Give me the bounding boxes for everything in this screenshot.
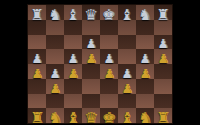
square-g6[interactable] — [136, 35, 154, 50]
silver-pawn-h6[interactable]: ♟ — [154, 38, 172, 50]
gold-pawn-a4[interactable]: ♟ — [28, 68, 46, 80]
square-a1[interactable]: ♜ — [28, 108, 46, 123]
square-g4[interactable]: ♟ — [136, 64, 154, 79]
piece-glyph: ♛ — [84, 112, 97, 124]
square-h3[interactable] — [154, 79, 172, 94]
piece-glyph: ♜ — [156, 9, 169, 21]
piece-glyph: ♟ — [31, 68, 42, 80]
gold-bishop-f1[interactable]: ♝ — [118, 112, 136, 124]
gold-pawn-e4[interactable]: ♟ — [100, 68, 118, 80]
silver-pawn-g5[interactable]: ♟ — [136, 53, 154, 65]
gold-pawn-g4[interactable]: ♟ — [136, 68, 154, 80]
square-d4[interactable] — [82, 64, 100, 79]
gold-pawn-c4[interactable]: ♟ — [64, 68, 82, 80]
game-scene: ♜♞♝♛♚♝♞♜♟♟♟♟♟♟♟♟♟♟♟♟♟♟♟♟♜♞♝♛♚♝♞♜ — [0, 0, 200, 125]
piece-glyph: ♟ — [67, 53, 78, 65]
piece-glyph: ♝ — [120, 9, 133, 21]
square-e4[interactable]: ♟ — [100, 64, 118, 79]
square-h2[interactable] — [154, 94, 172, 109]
square-h5[interactable]: ♟ — [154, 49, 172, 64]
square-a6[interactable] — [28, 35, 46, 50]
piece-glyph: ♞ — [138, 9, 151, 21]
square-c5[interactable]: ♟ — [64, 49, 82, 64]
square-e2[interactable] — [100, 94, 118, 109]
piece-glyph: ♝ — [66, 112, 79, 124]
square-a2[interactable] — [28, 94, 46, 109]
silver-pawn-d6[interactable]: ♟ — [82, 38, 100, 50]
square-h6[interactable]: ♟ — [154, 35, 172, 50]
square-d1[interactable]: ♛ — [82, 108, 100, 123]
square-b8[interactable]: ♞ — [46, 5, 64, 20]
square-f3[interactable]: ♟ — [118, 79, 136, 94]
square-d6[interactable]: ♟ — [82, 35, 100, 50]
square-b2[interactable] — [46, 94, 64, 109]
piece-glyph: ♟ — [121, 83, 132, 95]
silver-queen-d8[interactable]: ♛ — [82, 9, 100, 21]
gold-king-e1[interactable]: ♚ — [100, 112, 118, 124]
square-e5[interactable]: ♟ — [100, 49, 118, 64]
square-e3[interactable] — [100, 79, 118, 94]
square-e8[interactable]: ♚ — [100, 5, 118, 20]
square-c1[interactable]: ♝ — [64, 108, 82, 123]
square-f8[interactable]: ♝ — [118, 5, 136, 20]
silver-pawn-b4[interactable]: ♟ — [46, 68, 64, 80]
piece-glyph: ♝ — [66, 9, 79, 21]
silver-king-e8[interactable]: ♚ — [100, 9, 118, 21]
piece-glyph: ♚ — [102, 112, 115, 124]
gold-pawn-b3[interactable]: ♟ — [46, 83, 64, 95]
piece-glyph: ♟ — [157, 38, 168, 50]
piece-glyph: ♛ — [84, 9, 97, 21]
piece-glyph: ♟ — [139, 68, 150, 80]
square-f1[interactable]: ♝ — [118, 108, 136, 123]
gold-rook-a1[interactable]: ♜ — [28, 112, 46, 124]
square-g3[interactable] — [136, 79, 154, 94]
silver-pawn-e5[interactable]: ♟ — [100, 53, 118, 65]
square-f2[interactable] — [118, 94, 136, 109]
gold-knight-g1[interactable]: ♞ — [136, 112, 154, 124]
piece-glyph: ♞ — [138, 112, 151, 124]
silver-pawn-a5[interactable]: ♟ — [28, 53, 46, 65]
piece-glyph: ♟ — [85, 53, 96, 65]
gold-pawn-d5[interactable]: ♟ — [82, 53, 100, 65]
square-a4[interactable]: ♟ — [28, 64, 46, 79]
square-d3[interactable] — [82, 79, 100, 94]
square-g5[interactable]: ♟ — [136, 49, 154, 64]
gold-pawn-f3[interactable]: ♟ — [118, 83, 136, 95]
square-b4[interactable]: ♟ — [46, 64, 64, 79]
gold-bishop-c1[interactable]: ♝ — [64, 112, 82, 124]
piece-glyph: ♟ — [103, 68, 114, 80]
silver-pawn-c5[interactable]: ♟ — [64, 53, 82, 65]
silver-bishop-f8[interactable]: ♝ — [118, 9, 136, 21]
chess-board: ♜♞♝♛♚♝♞♜♟♟♟♟♟♟♟♟♟♟♟♟♟♟♟♟♜♞♝♛♚♝♞♜ — [28, 5, 172, 123]
square-e6[interactable] — [100, 35, 118, 50]
square-b6[interactable] — [46, 35, 64, 50]
square-g1[interactable]: ♞ — [136, 108, 154, 123]
silver-knight-b8[interactable]: ♞ — [46, 9, 64, 21]
piece-glyph: ♟ — [49, 68, 60, 80]
square-d2[interactable] — [82, 94, 100, 109]
silver-rook-h8[interactable]: ♜ — [154, 9, 172, 21]
square-e1[interactable]: ♚ — [100, 108, 118, 123]
gold-rook-h1[interactable]: ♜ — [154, 112, 172, 124]
piece-glyph: ♜ — [30, 9, 43, 21]
square-c2[interactable] — [64, 94, 82, 109]
silver-rook-a8[interactable]: ♜ — [28, 9, 46, 21]
square-f5[interactable] — [118, 49, 136, 64]
square-c6[interactable] — [64, 35, 82, 50]
square-c4[interactable]: ♟ — [64, 64, 82, 79]
square-b3[interactable]: ♟ — [46, 79, 64, 94]
square-a3[interactable] — [28, 79, 46, 94]
square-d5[interactable]: ♟ — [82, 49, 100, 64]
square-b1[interactable]: ♞ — [46, 108, 64, 123]
piece-glyph: ♟ — [85, 38, 96, 50]
square-h4[interactable] — [154, 64, 172, 79]
piece-glyph: ♞ — [48, 112, 61, 124]
piece-glyph: ♟ — [103, 53, 114, 65]
square-g2[interactable] — [136, 94, 154, 109]
piece-glyph: ♞ — [48, 9, 61, 21]
piece-glyph: ♝ — [120, 112, 133, 124]
piece-glyph: ♚ — [102, 9, 115, 21]
square-f6[interactable] — [118, 35, 136, 50]
gold-knight-b1[interactable]: ♞ — [46, 112, 64, 124]
square-a8[interactable]: ♜ — [28, 5, 46, 20]
gold-pawn-h5[interactable]: ♟ — [154, 53, 172, 65]
square-a5[interactable]: ♟ — [28, 49, 46, 64]
square-f4[interactable]: ♟ — [118, 64, 136, 79]
piece-glyph: ♜ — [156, 112, 169, 124]
piece-glyph: ♟ — [31, 53, 42, 65]
piece-glyph: ♟ — [157, 53, 168, 65]
silver-bishop-c8[interactable]: ♝ — [64, 9, 82, 21]
piece-glyph: ♟ — [139, 53, 150, 65]
square-c3[interactable] — [64, 79, 82, 94]
piece-glyph: ♟ — [121, 68, 132, 80]
square-d8[interactable]: ♛ — [82, 5, 100, 20]
square-c8[interactable]: ♝ — [64, 5, 82, 20]
piece-glyph: ♟ — [49, 83, 60, 95]
silver-knight-g8[interactable]: ♞ — [136, 9, 154, 21]
piece-glyph: ♟ — [67, 68, 78, 80]
square-g8[interactable]: ♞ — [136, 5, 154, 20]
square-h1[interactable]: ♜ — [154, 108, 172, 123]
piece-glyph: ♜ — [30, 112, 43, 124]
silver-pawn-f4[interactable]: ♟ — [118, 68, 136, 80]
square-b5[interactable] — [46, 49, 64, 64]
gold-queen-d1[interactable]: ♛ — [82, 112, 100, 124]
square-h8[interactable]: ♜ — [154, 5, 172, 20]
